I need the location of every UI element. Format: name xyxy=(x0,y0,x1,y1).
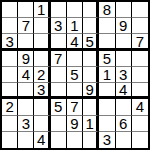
cell-r7c7-empty[interactable] xyxy=(99,99,115,115)
cell-r9c7-given-3[interactable]: 3 xyxy=(99,132,115,148)
cell-r6c3-given-3[interactable]: 3 xyxy=(34,83,50,99)
cell-r4c4-given-7[interactable]: 7 xyxy=(51,51,67,67)
cell-r9c4-empty[interactable] xyxy=(51,132,67,148)
cell-r9c3-given-4[interactable]: 4 xyxy=(34,132,50,148)
cell-r5c8-given-3[interactable]: 3 xyxy=(116,67,132,83)
cell-r1c4-empty[interactable] xyxy=(51,2,67,18)
cell-r1c8-empty[interactable] xyxy=(116,2,132,18)
cell-r8c5-given-9[interactable]: 9 xyxy=(67,116,83,132)
cell-r2c8-given-9[interactable]: 9 xyxy=(116,18,132,34)
cell-r8c1-empty[interactable] xyxy=(2,116,18,132)
cell-r1c5-empty[interactable] xyxy=(67,2,83,18)
cell-r9c9-empty[interactable] xyxy=(132,132,148,148)
cell-r1c9-empty[interactable] xyxy=(132,2,148,18)
cell-r2c1-empty[interactable] xyxy=(2,18,18,34)
cell-r1c3-given-1[interactable]: 1 xyxy=(34,2,50,18)
cell-r1c6-empty[interactable] xyxy=(83,2,99,18)
cell-r2c6-empty[interactable] xyxy=(83,18,99,34)
cell-r3c7-empty[interactable] xyxy=(99,34,115,50)
cell-r9c5-empty[interactable] xyxy=(67,132,83,148)
cell-r6c5-empty[interactable] xyxy=(67,83,83,99)
cell-r7c6-empty[interactable] xyxy=(83,99,99,115)
cell-r5c4-empty[interactable] xyxy=(51,67,67,83)
cell-r6c9-empty[interactable] xyxy=(132,83,148,99)
cell-r2c2-given-7[interactable]: 7 xyxy=(18,18,34,34)
cell-r4c5-empty[interactable] xyxy=(67,51,83,67)
cell-r6c2-empty[interactable] xyxy=(18,83,34,99)
cell-r3c4-empty[interactable] xyxy=(51,34,67,50)
cell-r7c4-given-5[interactable]: 5 xyxy=(51,99,67,115)
cell-r4c6-empty[interactable] xyxy=(83,51,99,67)
cell-r3c5-given-4[interactable]: 4 xyxy=(67,34,83,50)
cell-r5c6-empty[interactable] xyxy=(83,67,99,83)
cell-r4c8-empty[interactable] xyxy=(116,51,132,67)
cell-r1c7-given-8[interactable]: 8 xyxy=(99,2,115,18)
cell-r1c1-empty[interactable] xyxy=(2,2,18,18)
cell-r2c9-empty[interactable] xyxy=(132,18,148,34)
cell-r7c8-empty[interactable] xyxy=(116,99,132,115)
cell-r2c4-given-3[interactable]: 3 xyxy=(51,18,67,34)
cell-r3c8-empty[interactable] xyxy=(116,34,132,50)
cell-r7c5-given-7[interactable]: 7 xyxy=(67,99,83,115)
cell-r9c6-empty[interactable] xyxy=(83,132,99,148)
cell-r4c3-empty[interactable] xyxy=(34,51,50,67)
cell-r2c5-given-1[interactable]: 1 xyxy=(67,18,83,34)
cell-r7c3-empty[interactable] xyxy=(34,99,50,115)
cell-r8c6-given-1[interactable]: 1 xyxy=(83,116,99,132)
cell-r6c4-empty[interactable] xyxy=(51,83,67,99)
cell-r4c2-given-9[interactable]: 9 xyxy=(18,51,34,67)
cell-r5c9-empty[interactable] xyxy=(132,67,148,83)
cell-r7c1-given-2[interactable]: 2 xyxy=(2,99,18,115)
cell-r6c8-given-4[interactable]: 4 xyxy=(116,83,132,99)
cell-r8c7-empty[interactable] xyxy=(99,116,115,132)
cell-r3c9-given-7[interactable]: 7 xyxy=(132,34,148,50)
cell-r9c2-empty[interactable] xyxy=(18,132,34,148)
cell-r8c8-given-6[interactable]: 6 xyxy=(116,116,132,132)
cell-r6c7-empty[interactable] xyxy=(99,83,115,99)
cell-r8c3-empty[interactable] xyxy=(34,116,50,132)
cell-r3c6-given-5[interactable]: 5 xyxy=(83,34,99,50)
cell-r7c2-empty[interactable] xyxy=(18,99,34,115)
cell-r8c9-empty[interactable] xyxy=(132,116,148,132)
cell-r8c2-given-3[interactable]: 3 xyxy=(18,116,34,132)
cell-r3c2-empty[interactable] xyxy=(18,34,34,50)
cell-r5c7-given-1[interactable]: 1 xyxy=(99,67,115,83)
cell-r5c1-empty[interactable] xyxy=(2,67,18,83)
cell-r4c1-empty[interactable] xyxy=(2,51,18,67)
cell-r3c3-empty[interactable] xyxy=(34,34,50,50)
cell-r9c1-empty[interactable] xyxy=(2,132,18,148)
cell-r6c1-empty[interactable] xyxy=(2,83,18,99)
cell-r2c7-empty[interactable] xyxy=(99,18,115,34)
cell-r7c9-given-4[interactable]: 4 xyxy=(132,99,148,115)
cell-r5c3-given-2[interactable]: 2 xyxy=(34,67,50,83)
cell-r1c2-empty[interactable] xyxy=(18,2,34,18)
sudoku-board: 1873193457975425133942574391643 xyxy=(0,0,150,150)
cell-r4c9-empty[interactable] xyxy=(132,51,148,67)
cell-r5c2-given-4[interactable]: 4 xyxy=(18,67,34,83)
cell-r6c6-given-9[interactable]: 9 xyxy=(83,83,99,99)
cell-r2c3-empty[interactable] xyxy=(34,18,50,34)
cell-r5c5-given-5[interactable]: 5 xyxy=(67,67,83,83)
cell-r9c8-empty[interactable] xyxy=(116,132,132,148)
cell-r3c1-given-3[interactable]: 3 xyxy=(2,34,18,50)
cell-r8c4-empty[interactable] xyxy=(51,116,67,132)
cell-r4c7-given-5[interactable]: 5 xyxy=(99,51,115,67)
